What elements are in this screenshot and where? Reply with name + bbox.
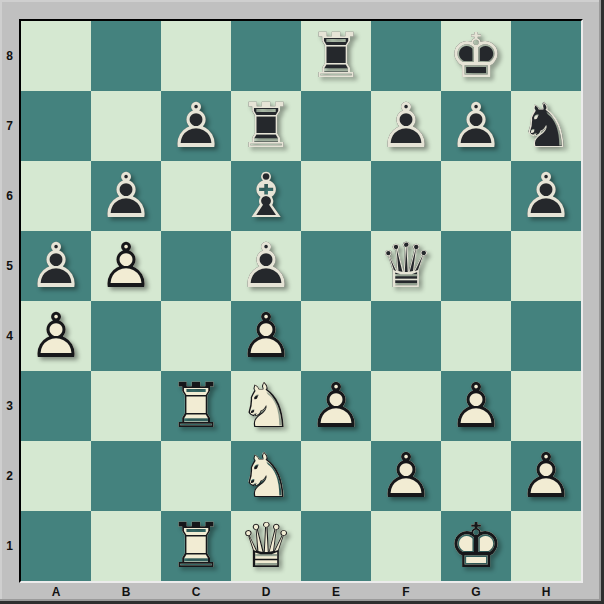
square-f5[interactable]: ♛♕: [371, 231, 441, 301]
king-outline-glyph: ♔: [441, 511, 511, 581]
square-d6[interactable]: ♝♗: [231, 161, 301, 231]
piece-black-queen[interactable]: ♛♕: [371, 231, 441, 301]
square-g1[interactable]: ♚♔: [441, 511, 511, 581]
square-g5[interactable]: [441, 231, 511, 301]
square-b4[interactable]: [91, 301, 161, 371]
piece-black-pawn[interactable]: ♟♙: [511, 161, 581, 231]
rank-label-8: 8: [0, 21, 19, 91]
piece-black-pawn[interactable]: ♟♙: [91, 161, 161, 231]
queen-outline-glyph: ♕: [231, 511, 301, 581]
square-h2[interactable]: ♟♙: [511, 441, 581, 511]
file-label-h: H: [511, 583, 581, 601]
square-h1[interactable]: [511, 511, 581, 581]
piece-white-pawn[interactable]: ♟♙: [21, 301, 91, 371]
piece-black-knight[interactable]: ♞♘: [511, 91, 581, 161]
square-f2[interactable]: ♟♙: [371, 441, 441, 511]
piece-white-knight[interactable]: ♞♘: [231, 441, 301, 511]
pawn-outline-glyph: ♙: [231, 301, 301, 371]
piece-white-pawn[interactable]: ♟♙: [231, 301, 301, 371]
square-d1[interactable]: ♛♕: [231, 511, 301, 581]
square-e2[interactable]: [301, 441, 371, 511]
square-h4[interactable]: [511, 301, 581, 371]
queen-outline-glyph: ♕: [371, 231, 441, 301]
square-c6[interactable]: [161, 161, 231, 231]
piece-white-pawn[interactable]: ♟♙: [511, 441, 581, 511]
piece-black-pawn[interactable]: ♟♙: [21, 231, 91, 301]
pawn-outline-glyph: ♙: [441, 91, 511, 161]
pawn-outline-glyph: ♙: [371, 441, 441, 511]
square-a4[interactable]: ♟♙: [21, 301, 91, 371]
pawn-outline-glyph: ♙: [231, 231, 301, 301]
rank-label-6: 6: [0, 161, 19, 231]
piece-white-rook[interactable]: ♜♖: [161, 371, 231, 441]
square-a8[interactable]: [21, 21, 91, 91]
file-label-b: B: [91, 583, 161, 601]
square-g2[interactable]: [441, 441, 511, 511]
square-a6[interactable]: [21, 161, 91, 231]
square-e5[interactable]: [301, 231, 371, 301]
square-h3[interactable]: [511, 371, 581, 441]
square-f7[interactable]: ♟♙: [371, 91, 441, 161]
square-h6[interactable]: ♟♙: [511, 161, 581, 231]
pawn-outline-glyph: ♙: [21, 301, 91, 371]
square-h7[interactable]: ♞♘: [511, 91, 581, 161]
square-f3[interactable]: [371, 371, 441, 441]
file-label-g: G: [441, 583, 511, 601]
piece-black-rook[interactable]: ♜♖: [231, 91, 301, 161]
piece-white-queen[interactable]: ♛♕: [231, 511, 301, 581]
square-b3[interactable]: [91, 371, 161, 441]
square-c5[interactable]: [161, 231, 231, 301]
file-label-a: A: [21, 583, 91, 601]
rank-label-1: 1: [0, 511, 19, 581]
pawn-outline-glyph: ♙: [511, 441, 581, 511]
square-c4[interactable]: [161, 301, 231, 371]
piece-white-king[interactable]: ♚♔: [441, 511, 511, 581]
pawn-outline-glyph: ♙: [511, 161, 581, 231]
square-a5[interactable]: ♟♙: [21, 231, 91, 301]
square-e6[interactable]: [301, 161, 371, 231]
piece-black-pawn[interactable]: ♟♙: [371, 91, 441, 161]
piece-white-pawn[interactable]: ♟♙: [301, 371, 371, 441]
square-b2[interactable]: [91, 441, 161, 511]
square-g7[interactable]: ♟♙: [441, 91, 511, 161]
pawn-outline-glyph: ♙: [301, 371, 371, 441]
piece-white-pawn[interactable]: ♟♙: [441, 371, 511, 441]
square-b8[interactable]: [91, 21, 161, 91]
chess-board: ♜♖♚♔♟♙♜♖♟♙♟♙♞♘♟♙♝♗♟♙♟♙♟♙♟♙♛♕♟♙♟♙♜♖♞♘♟♙♟♙…: [19, 19, 583, 583]
rook-outline-glyph: ♖: [231, 91, 301, 161]
square-g8[interactable]: ♚♔: [441, 21, 511, 91]
piece-white-pawn[interactable]: ♟♙: [91, 231, 161, 301]
piece-white-knight[interactable]: ♞♘: [231, 371, 301, 441]
square-e8[interactable]: ♜♖: [301, 21, 371, 91]
square-d5[interactable]: ♟♙: [231, 231, 301, 301]
square-a2[interactable]: [21, 441, 91, 511]
square-b7[interactable]: [91, 91, 161, 161]
pawn-outline-glyph: ♙: [21, 231, 91, 301]
piece-black-pawn[interactable]: ♟♙: [161, 91, 231, 161]
rank-label-2: 2: [0, 441, 19, 511]
square-d2[interactable]: ♞♘: [231, 441, 301, 511]
square-f1[interactable]: [371, 511, 441, 581]
piece-black-pawn[interactable]: ♟♙: [441, 91, 511, 161]
square-c8[interactable]: [161, 21, 231, 91]
knight-outline-glyph: ♘: [231, 371, 301, 441]
rook-outline-glyph: ♖: [161, 511, 231, 581]
square-g3[interactable]: ♟♙: [441, 371, 511, 441]
square-c3[interactable]: ♜♖: [161, 371, 231, 441]
square-e4[interactable]: [301, 301, 371, 371]
square-b1[interactable]: [91, 511, 161, 581]
square-f4[interactable]: [371, 301, 441, 371]
square-h8[interactable]: [511, 21, 581, 91]
square-b5[interactable]: ♟♙: [91, 231, 161, 301]
piece-black-pawn[interactable]: ♟♙: [231, 231, 301, 301]
rank-label-7: 7: [0, 91, 19, 161]
piece-black-king[interactable]: ♚♔: [441, 21, 511, 91]
file-label-f: F: [371, 583, 441, 601]
piece-black-rook[interactable]: ♜♖: [301, 21, 371, 91]
rank-label-4: 4: [0, 301, 19, 371]
square-c1[interactable]: ♜♖: [161, 511, 231, 581]
file-label-c: C: [161, 583, 231, 601]
board-frame: ♜♖♚♔♟♙♜♖♟♙♟♙♞♘♟♙♝♗♟♙♟♙♟♙♟♙♛♕♟♙♟♙♜♖♞♘♟♙♟♙…: [0, 0, 604, 604]
square-d4[interactable]: ♟♙: [231, 301, 301, 371]
pawn-outline-glyph: ♙: [91, 161, 161, 231]
square-g4[interactable]: [441, 301, 511, 371]
square-b6[interactable]: ♟♙: [91, 161, 161, 231]
square-f8[interactable]: [371, 21, 441, 91]
file-label-d: D: [231, 583, 301, 601]
square-e1[interactable]: [301, 511, 371, 581]
piece-white-rook[interactable]: ♜♖: [161, 511, 231, 581]
square-g6[interactable]: [441, 161, 511, 231]
knight-outline-glyph: ♘: [511, 91, 581, 161]
square-c2[interactable]: [161, 441, 231, 511]
square-e3[interactable]: ♟♙: [301, 371, 371, 441]
piece-white-pawn[interactable]: ♟♙: [371, 441, 441, 511]
rook-outline-glyph: ♖: [301, 21, 371, 91]
square-d3[interactable]: ♞♘: [231, 371, 301, 441]
square-a1[interactable]: [21, 511, 91, 581]
square-f6[interactable]: [371, 161, 441, 231]
square-a7[interactable]: [21, 91, 91, 161]
square-h5[interactable]: [511, 231, 581, 301]
rank-label-3: 3: [0, 371, 19, 441]
king-outline-glyph: ♔: [441, 21, 511, 91]
square-c7[interactable]: ♟♙: [161, 91, 231, 161]
pawn-outline-glyph: ♙: [161, 91, 231, 161]
rank-label-5: 5: [0, 231, 19, 301]
square-d8[interactable]: [231, 21, 301, 91]
rook-outline-glyph: ♖: [161, 371, 231, 441]
knight-outline-glyph: ♘: [231, 441, 301, 511]
pawn-outline-glyph: ♙: [91, 231, 161, 301]
file-label-e: E: [301, 583, 371, 601]
square-e7[interactable]: [301, 91, 371, 161]
square-d7[interactable]: ♜♖: [231, 91, 301, 161]
bishop-outline-glyph: ♗: [231, 161, 301, 231]
pawn-outline-glyph: ♙: [441, 371, 511, 441]
piece-black-bishop[interactable]: ♝♗: [231, 161, 301, 231]
square-a3[interactable]: [21, 371, 91, 441]
pawn-outline-glyph: ♙: [371, 91, 441, 161]
